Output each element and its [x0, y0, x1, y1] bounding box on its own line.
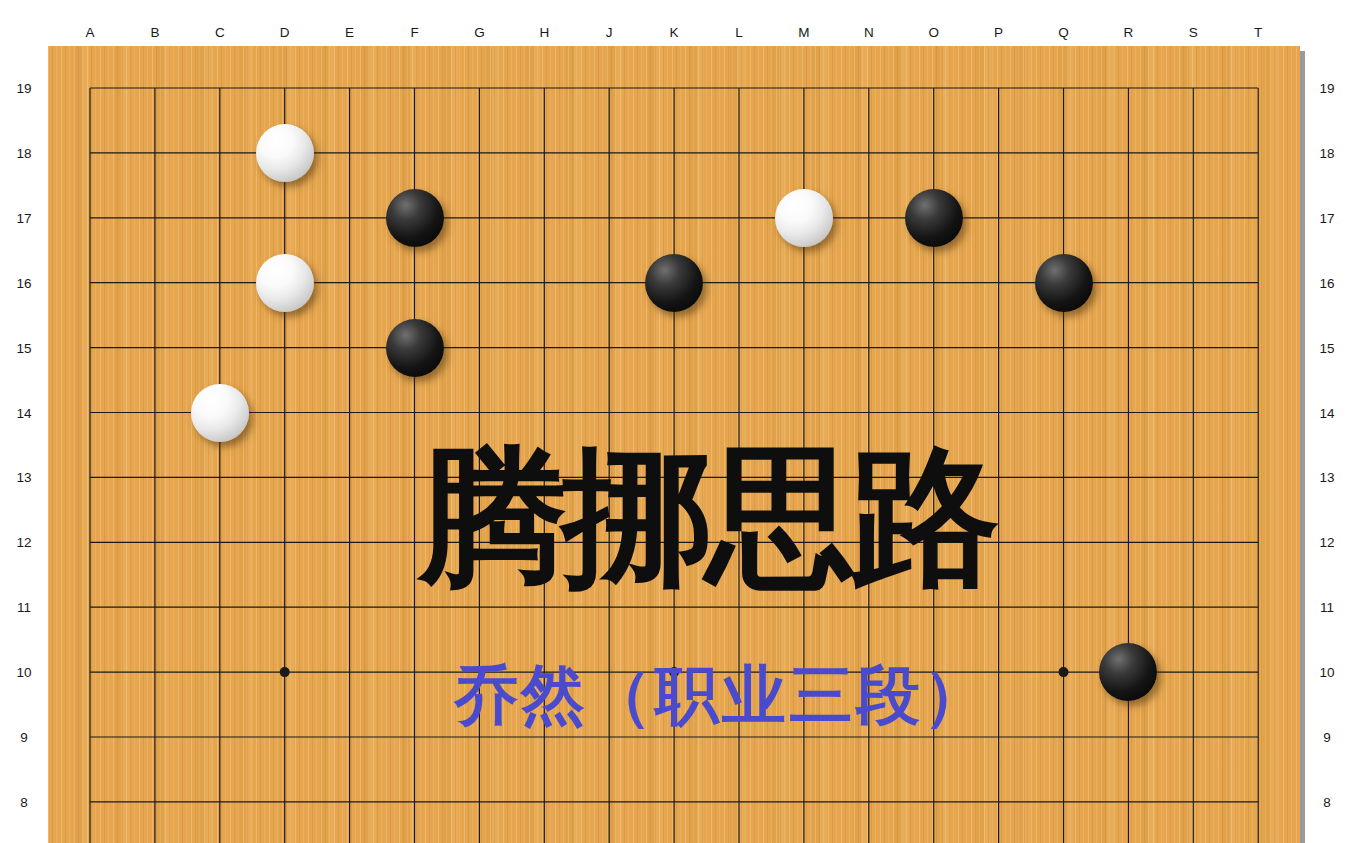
row-label: 13	[1319, 470, 1334, 485]
column-label: Q	[1058, 25, 1069, 40]
row-label: 14	[16, 405, 31, 420]
column-label: R	[1124, 25, 1134, 40]
row-label: 18	[16, 145, 31, 160]
stone-black	[1035, 254, 1093, 312]
column-label: G	[474, 25, 485, 40]
row-label: 17	[16, 210, 31, 225]
subtitle-overlay: 乔然（职业三段）	[454, 658, 990, 735]
row-label: 10	[16, 665, 31, 680]
row-label: 16	[16, 275, 31, 290]
row-label: 8	[1323, 794, 1331, 809]
column-label: T	[1254, 25, 1262, 40]
row-label: 12	[1319, 535, 1334, 550]
row-label: 8	[20, 794, 28, 809]
row-label: 14	[1319, 405, 1334, 420]
column-label: N	[864, 25, 874, 40]
column-label: D	[280, 25, 290, 40]
star-point	[1059, 667, 1069, 677]
column-label: E	[345, 25, 354, 40]
row-label: 9	[1323, 730, 1331, 745]
row-label: 13	[16, 470, 31, 485]
stone-white	[256, 124, 314, 182]
row-label: 10	[1319, 665, 1334, 680]
row-label: 17	[1319, 210, 1334, 225]
column-label: B	[150, 25, 159, 40]
row-label: 19	[1319, 81, 1334, 96]
column-label: P	[994, 25, 1003, 40]
column-label: A	[85, 25, 94, 40]
row-label: 15	[16, 340, 31, 355]
stone-black	[386, 189, 444, 247]
stone-white	[191, 384, 249, 442]
row-label: 12	[16, 535, 31, 550]
column-label: L	[735, 25, 743, 40]
stone-black	[645, 254, 703, 312]
column-label: J	[606, 25, 613, 40]
star-point	[280, 667, 290, 677]
row-label: 19	[16, 81, 31, 96]
column-label: F	[410, 25, 418, 40]
column-label: S	[1189, 25, 1198, 40]
stone-black	[905, 189, 963, 247]
row-label: 11	[17, 600, 31, 615]
stone-white	[775, 189, 833, 247]
column-label: O	[928, 25, 939, 40]
row-label: 9	[20, 730, 28, 745]
row-label: 16	[1319, 275, 1334, 290]
stone-white	[256, 254, 314, 312]
column-label: C	[215, 25, 225, 40]
row-label: 18	[1319, 145, 1334, 160]
title-overlay: 腾挪思路	[418, 436, 994, 598]
stone-black	[386, 319, 444, 377]
column-label: H	[539, 25, 549, 40]
row-label: 15	[1319, 340, 1334, 355]
column-label: K	[670, 25, 679, 40]
row-label: 11	[1320, 600, 1334, 615]
column-label: M	[798, 25, 809, 40]
go-app-viewport: ABCDEFGHJKLMNOPQRST 19181716151413121110…	[0, 0, 1350, 843]
